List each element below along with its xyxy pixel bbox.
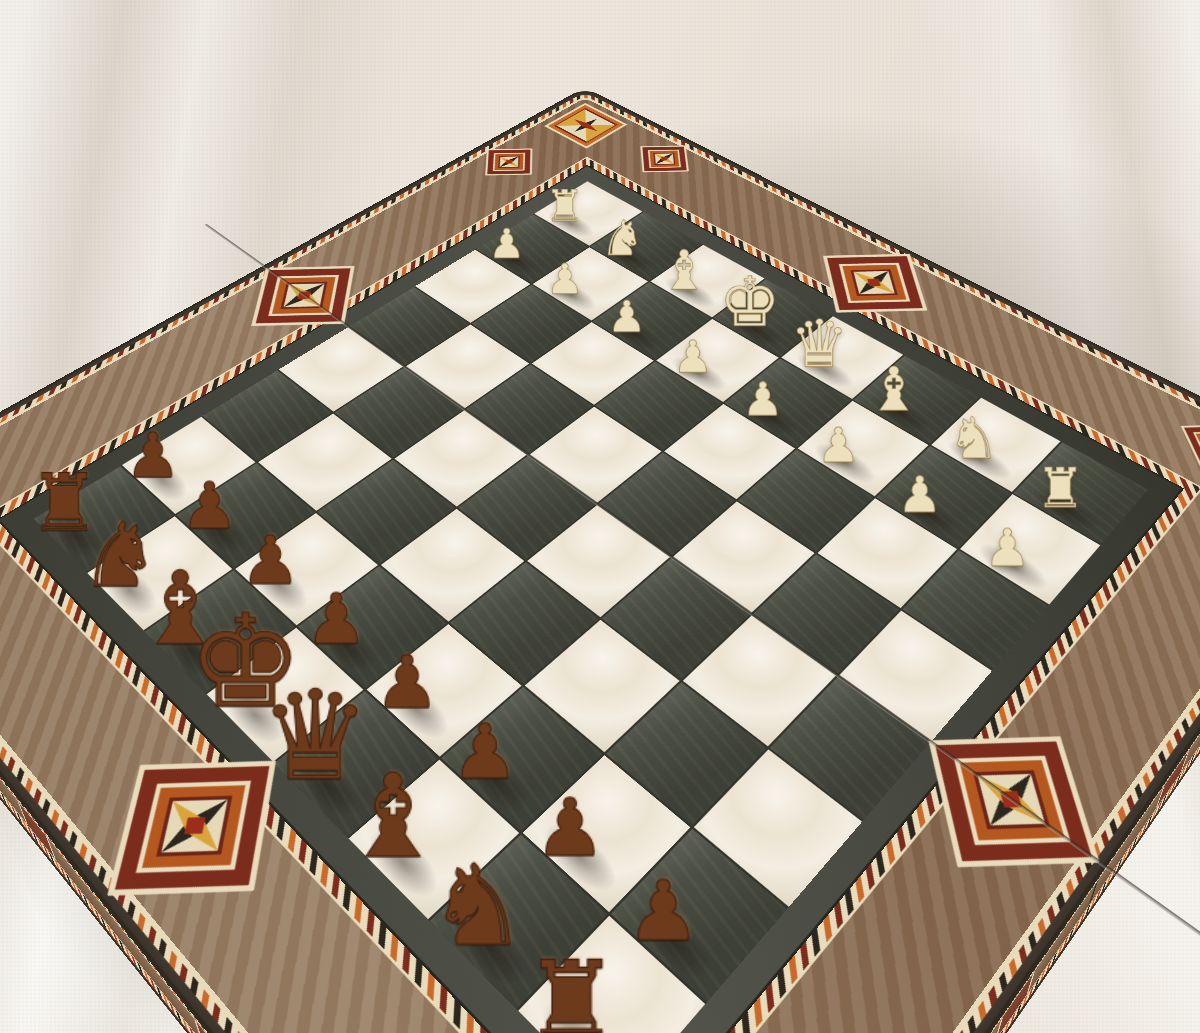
photo-scene: ♜♞♝♚♛♝♞♜♟♟♟♟♟♟♟♟♟♟♟♟♟♟♟♟♜♞♝♚♛♝♞♜ (0, 0, 1200, 1033)
piece-white-pawn-e2[interactable]: ♟ (673, 335, 713, 377)
piece-black-pawn-e7[interactable]: ♟ (305, 586, 368, 652)
piece-black-pawn-d7[interactable]: ♟ (375, 648, 440, 717)
piece-white-pawn-d2[interactable]: ♟ (743, 377, 784, 421)
piece-black-pawn-a7[interactable]: ♟ (625, 872, 700, 951)
piece-white-pawn-h2[interactable]: ♟ (489, 224, 525, 263)
perspective-stage: ♜♞♝♚♛♝♞♜♟♟♟♟♟♟♟♟♟♟♟♟♟♟♟♟♜♞♝♚♛♝♞♜ (0, 0, 1200, 1033)
piece-white-rook-h1[interactable]: ♜ (545, 186, 584, 227)
piece-black-pawn-c7[interactable]: ♟ (451, 716, 519, 788)
piece-white-pawn-g2[interactable]: ♟ (546, 259, 584, 299)
piece-white-knight-b1[interactable]: ♞ (948, 410, 1000, 465)
medallion-corner-h1 (538, 100, 633, 152)
piece-black-pawn-h7[interactable]: ♟ (125, 426, 181, 485)
piece-black-knight-b8[interactable]: ♞ (428, 851, 528, 957)
medallion-left-small (463, 136, 555, 188)
piece-white-rook-a1[interactable]: ♜ (1035, 462, 1084, 514)
medallion-top-small (619, 133, 710, 185)
piece-black-rook-a8[interactable]: ♜ (523, 949, 620, 1033)
piece-white-king-e1[interactable]: ♚ (719, 269, 781, 334)
piece-white-queen-d1[interactable]: ♛ (790, 313, 849, 375)
mosaic-border: ♜♞♝♚♛♝♞♜♟♟♟♟♟♟♟♟♟♟♟♟♟♟♟♟♜♞♝♚♛♝♞♜ (0, 97, 1200, 1033)
piece-black-pawn-g7[interactable]: ♟ (180, 476, 238, 537)
piece-white-bishop-f1[interactable]: ♝ (660, 245, 709, 297)
piece-white-knight-g1[interactable]: ♞ (601, 214, 645, 260)
mosaic-chess-box: ♜♞♝♚♛♝♞♜♟♟♟♟♟♟♟♟♟♟♟♟♟♟♟♟♜♞♝♚♛♝♞♜ (0, 87, 1200, 1033)
piece-white-pawn-c2[interactable]: ♟ (817, 422, 860, 468)
piece-white-bishop-c1[interactable]: ♝ (867, 361, 921, 418)
piece-white-pawn-a2[interactable]: ♟ (984, 523, 1030, 572)
piece-black-pawn-f7[interactable]: ♟ (240, 529, 300, 593)
piece-black-pawn-b7[interactable]: ♟ (534, 790, 605, 866)
piece-white-pawn-b2[interactable]: ♟ (898, 471, 943, 518)
piece-white-pawn-f2[interactable]: ♟ (608, 296, 647, 337)
